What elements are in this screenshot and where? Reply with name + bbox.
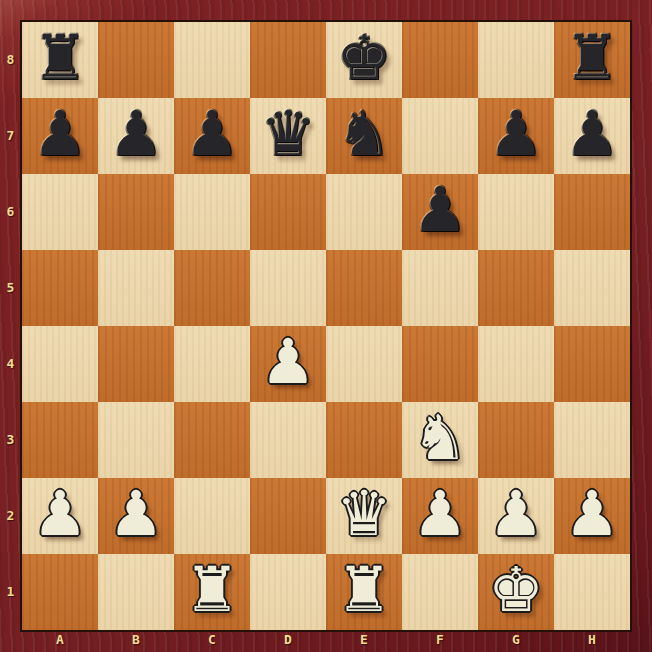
square-c6[interactable] bbox=[174, 174, 250, 250]
square-d5[interactable] bbox=[250, 250, 326, 326]
piece-white-rook[interactable]: ♜ bbox=[184, 559, 240, 621]
square-g8[interactable] bbox=[478, 22, 554, 98]
square-f3[interactable]: ♞ bbox=[402, 402, 478, 478]
square-c1[interactable]: ♜ bbox=[174, 554, 250, 630]
file-label-e: E bbox=[326, 632, 402, 648]
piece-white-pawn[interactable]: ♟ bbox=[564, 483, 620, 545]
rank-label-5: 5 bbox=[1, 280, 20, 296]
square-c7[interactable]: ♟ bbox=[174, 98, 250, 174]
square-b3[interactable] bbox=[98, 402, 174, 478]
square-d6[interactable] bbox=[250, 174, 326, 250]
square-f5[interactable] bbox=[402, 250, 478, 326]
square-e3[interactable] bbox=[326, 402, 402, 478]
square-f8[interactable] bbox=[402, 22, 478, 98]
square-a1[interactable] bbox=[22, 554, 98, 630]
square-f6[interactable]: ♟ bbox=[402, 174, 478, 250]
square-e4[interactable] bbox=[326, 326, 402, 402]
piece-black-knight[interactable]: ♞ bbox=[336, 103, 392, 165]
rank-label-3: 3 bbox=[1, 432, 20, 448]
piece-black-queen[interactable]: ♛ bbox=[260, 103, 316, 165]
piece-black-pawn[interactable]: ♟ bbox=[412, 179, 468, 241]
square-c8[interactable] bbox=[174, 22, 250, 98]
square-e5[interactable] bbox=[326, 250, 402, 326]
piece-white-rook[interactable]: ♜ bbox=[336, 559, 392, 621]
square-f1[interactable] bbox=[402, 554, 478, 630]
square-b6[interactable] bbox=[98, 174, 174, 250]
square-h6[interactable] bbox=[554, 174, 630, 250]
square-e2[interactable]: ♛ bbox=[326, 478, 402, 554]
rank-label-1: 1 bbox=[1, 584, 20, 600]
square-b8[interactable] bbox=[98, 22, 174, 98]
file-label-a: A bbox=[22, 632, 98, 648]
square-a7[interactable]: ♟ bbox=[22, 98, 98, 174]
square-b4[interactable] bbox=[98, 326, 174, 402]
square-a5[interactable] bbox=[22, 250, 98, 326]
square-d4[interactable]: ♟ bbox=[250, 326, 326, 402]
file-label-c: C bbox=[174, 632, 250, 648]
board-frame: ♜♚♜♟♟♟♛♞♟♟♟♟♞♟♟♛♟♟♟♜♜♚ 87654321 ABCDEFGH bbox=[0, 0, 652, 652]
piece-white-pawn[interactable]: ♟ bbox=[488, 483, 544, 545]
square-a4[interactable] bbox=[22, 326, 98, 402]
rank-label-7: 7 bbox=[1, 128, 20, 144]
square-h8[interactable]: ♜ bbox=[554, 22, 630, 98]
square-a8[interactable]: ♜ bbox=[22, 22, 98, 98]
rank-label-8: 8 bbox=[1, 52, 20, 68]
square-g3[interactable] bbox=[478, 402, 554, 478]
square-c5[interactable] bbox=[174, 250, 250, 326]
square-g2[interactable]: ♟ bbox=[478, 478, 554, 554]
square-c4[interactable] bbox=[174, 326, 250, 402]
square-d8[interactable] bbox=[250, 22, 326, 98]
square-f2[interactable]: ♟ bbox=[402, 478, 478, 554]
piece-black-pawn[interactable]: ♟ bbox=[184, 103, 240, 165]
square-e1[interactable]: ♜ bbox=[326, 554, 402, 630]
piece-white-pawn[interactable]: ♟ bbox=[32, 483, 88, 545]
square-c3[interactable] bbox=[174, 402, 250, 478]
square-h1[interactable] bbox=[554, 554, 630, 630]
square-e6[interactable] bbox=[326, 174, 402, 250]
square-e7[interactable]: ♞ bbox=[326, 98, 402, 174]
file-label-d: D bbox=[250, 632, 326, 648]
square-g4[interactable] bbox=[478, 326, 554, 402]
file-label-g: G bbox=[478, 632, 554, 648]
rank-label-6: 6 bbox=[1, 204, 20, 220]
piece-black-pawn[interactable]: ♟ bbox=[564, 103, 620, 165]
square-h7[interactable]: ♟ bbox=[554, 98, 630, 174]
rank-label-4: 4 bbox=[1, 356, 20, 372]
piece-black-rook[interactable]: ♜ bbox=[564, 27, 620, 89]
square-g1[interactable]: ♚ bbox=[478, 554, 554, 630]
square-g6[interactable] bbox=[478, 174, 554, 250]
square-h4[interactable] bbox=[554, 326, 630, 402]
square-c2[interactable] bbox=[174, 478, 250, 554]
piece-white-king[interactable]: ♚ bbox=[488, 559, 544, 621]
piece-black-pawn[interactable]: ♟ bbox=[32, 103, 88, 165]
square-g7[interactable]: ♟ bbox=[478, 98, 554, 174]
piece-white-pawn[interactable]: ♟ bbox=[412, 483, 468, 545]
piece-white-pawn[interactable]: ♟ bbox=[108, 483, 164, 545]
square-a6[interactable] bbox=[22, 174, 98, 250]
square-f7[interactable] bbox=[402, 98, 478, 174]
piece-white-knight[interactable]: ♞ bbox=[412, 407, 468, 469]
square-g5[interactable] bbox=[478, 250, 554, 326]
square-f4[interactable] bbox=[402, 326, 478, 402]
square-b5[interactable] bbox=[98, 250, 174, 326]
file-label-h: H bbox=[554, 632, 630, 648]
square-h2[interactable]: ♟ bbox=[554, 478, 630, 554]
square-b1[interactable] bbox=[98, 554, 174, 630]
square-a2[interactable]: ♟ bbox=[22, 478, 98, 554]
piece-black-pawn[interactable]: ♟ bbox=[108, 103, 164, 165]
piece-black-rook[interactable]: ♜ bbox=[32, 27, 88, 89]
piece-white-queen[interactable]: ♛ bbox=[336, 483, 392, 545]
square-b2[interactable]: ♟ bbox=[98, 478, 174, 554]
rank-label-2: 2 bbox=[1, 508, 20, 524]
square-d7[interactable]: ♛ bbox=[250, 98, 326, 174]
piece-white-pawn[interactable]: ♟ bbox=[260, 331, 316, 393]
square-h3[interactable] bbox=[554, 402, 630, 478]
square-d1[interactable] bbox=[250, 554, 326, 630]
square-b7[interactable]: ♟ bbox=[98, 98, 174, 174]
file-label-f: F bbox=[402, 632, 478, 648]
chess-board: ♜♚♜♟♟♟♛♞♟♟♟♟♞♟♟♛♟♟♟♜♜♚ bbox=[20, 20, 632, 632]
square-a3[interactable] bbox=[22, 402, 98, 478]
piece-black-king[interactable]: ♚ bbox=[336, 27, 392, 89]
piece-black-pawn[interactable]: ♟ bbox=[488, 103, 544, 165]
square-e8[interactable]: ♚ bbox=[326, 22, 402, 98]
square-h5[interactable] bbox=[554, 250, 630, 326]
square-d3[interactable] bbox=[250, 402, 326, 478]
file-label-b: B bbox=[98, 632, 174, 648]
square-d2[interactable] bbox=[250, 478, 326, 554]
